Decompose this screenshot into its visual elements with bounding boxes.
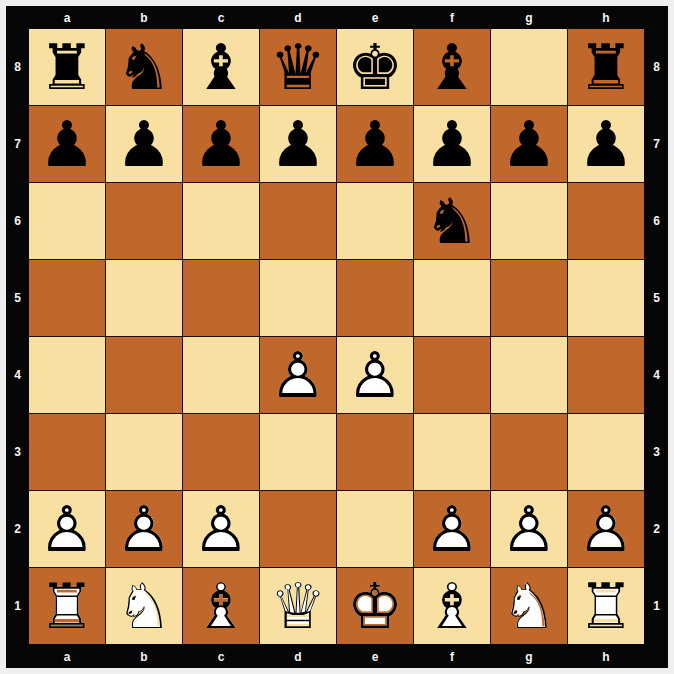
piece-white-pawn: ♟ xyxy=(29,491,105,567)
board-frame: ♜♞♝♛♚♝♜♟♟♟♟♟♟♟♟♞♟♙♟♙♟♙♟♙♟♙♟♙♟♙♟♙♜♖♞♘♝♗♛♕… xyxy=(6,6,668,668)
piece-white-pawn: ♟ xyxy=(337,337,413,413)
square-g3[interactable] xyxy=(491,414,567,490)
square-e7[interactable]: ♟ xyxy=(337,106,413,182)
coord-label-bottom-c: c xyxy=(183,645,259,668)
square-b3[interactable] xyxy=(106,414,182,490)
square-f5[interactable] xyxy=(414,260,490,336)
square-d8[interactable]: ♛ xyxy=(260,29,336,105)
piece-white-bishop: ♝ xyxy=(183,568,259,644)
piece-black-queen: ♛ xyxy=(260,29,336,105)
coord-label-top-a: a xyxy=(29,6,105,29)
piece-white-pawn-outline: ♙ xyxy=(183,491,259,567)
page: ♜♞♝♛♚♝♜♟♟♟♟♟♟♟♟♞♟♙♟♙♟♙♟♙♟♙♟♙♟♙♟♙♜♖♞♘♝♗♛♕… xyxy=(0,0,674,674)
square-g7[interactable]: ♟ xyxy=(491,106,567,182)
piece-white-rook-outline: ♖ xyxy=(568,568,644,644)
square-e1[interactable]: ♚♔ xyxy=(337,568,413,644)
coord-label-left-6: 6 xyxy=(6,183,29,259)
square-b1[interactable]: ♞♘ xyxy=(106,568,182,644)
piece-white-bishop-outline: ♗ xyxy=(183,568,259,644)
square-d2[interactable] xyxy=(260,491,336,567)
square-c1[interactable]: ♝♗ xyxy=(183,568,259,644)
coord-label-left-7: 7 xyxy=(6,106,29,182)
square-d6[interactable] xyxy=(260,183,336,259)
piece-white-pawn: ♟ xyxy=(260,337,336,413)
piece-white-rook-outline: ♖ xyxy=(29,568,105,644)
piece-black-pawn: ♟ xyxy=(414,106,490,182)
square-b6[interactable] xyxy=(106,183,182,259)
square-h5[interactable] xyxy=(568,260,644,336)
coord-label-bottom-b: b xyxy=(106,645,182,668)
square-a2[interactable]: ♟♙ xyxy=(29,491,105,567)
coord-label-right-7: 7 xyxy=(645,106,668,182)
square-e5[interactable] xyxy=(337,260,413,336)
square-b5[interactable] xyxy=(106,260,182,336)
coord-label-right-6: 6 xyxy=(645,183,668,259)
square-e4[interactable]: ♟♙ xyxy=(337,337,413,413)
piece-black-pawn: ♟ xyxy=(106,106,182,182)
chess-board: ♜♞♝♛♚♝♜♟♟♟♟♟♟♟♟♞♟♙♟♙♟♙♟♙♟♙♟♙♟♙♟♙♜♖♞♘♝♗♛♕… xyxy=(29,29,644,644)
piece-white-rook: ♜ xyxy=(568,568,644,644)
square-f3[interactable] xyxy=(414,414,490,490)
coord-label-top-d: d xyxy=(260,6,336,29)
square-e2[interactable] xyxy=(337,491,413,567)
square-g1[interactable]: ♞♘ xyxy=(491,568,567,644)
square-b4[interactable] xyxy=(106,337,182,413)
piece-black-pawn: ♟ xyxy=(29,106,105,182)
square-d4[interactable]: ♟♙ xyxy=(260,337,336,413)
square-h2[interactable]: ♟♙ xyxy=(568,491,644,567)
piece-white-knight-outline: ♘ xyxy=(106,568,182,644)
square-f6[interactable]: ♞ xyxy=(414,183,490,259)
piece-black-pawn: ♟ xyxy=(337,106,413,182)
coord-label-right-3: 3 xyxy=(645,414,668,490)
piece-white-pawn-outline: ♙ xyxy=(568,491,644,567)
square-e6[interactable] xyxy=(337,183,413,259)
coord-label-bottom-a: a xyxy=(29,645,105,668)
coord-label-bottom-g: g xyxy=(491,645,567,668)
coord-label-top-b: b xyxy=(106,6,182,29)
coord-label-top-h: h xyxy=(568,6,644,29)
square-d3[interactable] xyxy=(260,414,336,490)
piece-white-pawn-outline: ♙ xyxy=(491,491,567,567)
square-g4[interactable] xyxy=(491,337,567,413)
piece-white-king: ♚ xyxy=(337,568,413,644)
coord-label-bottom-e: e xyxy=(337,645,413,668)
square-g2[interactable]: ♟♙ xyxy=(491,491,567,567)
piece-black-pawn: ♟ xyxy=(183,106,259,182)
square-f4[interactable] xyxy=(414,337,490,413)
square-b7[interactable]: ♟ xyxy=(106,106,182,182)
coord-label-bottom-h: h xyxy=(568,645,644,668)
piece-black-rook: ♜ xyxy=(568,29,644,105)
piece-white-queen-outline: ♕ xyxy=(260,568,336,644)
square-a6[interactable] xyxy=(29,183,105,259)
piece-white-bishop-outline: ♗ xyxy=(414,568,490,644)
square-f1[interactable]: ♝♗ xyxy=(414,568,490,644)
piece-black-bishop: ♝ xyxy=(183,29,259,105)
square-b8[interactable]: ♞ xyxy=(106,29,182,105)
piece-black-pawn: ♟ xyxy=(568,106,644,182)
square-c6[interactable] xyxy=(183,183,259,259)
coord-label-right-4: 4 xyxy=(645,337,668,413)
piece-white-knight-outline: ♘ xyxy=(491,568,567,644)
piece-white-pawn: ♟ xyxy=(491,491,567,567)
piece-white-pawn: ♟ xyxy=(106,491,182,567)
piece-white-queen: ♛ xyxy=(260,568,336,644)
square-h4[interactable] xyxy=(568,337,644,413)
piece-white-pawn: ♟ xyxy=(414,491,490,567)
square-c7[interactable]: ♟ xyxy=(183,106,259,182)
square-g6[interactable] xyxy=(491,183,567,259)
coord-label-bottom-f: f xyxy=(414,645,490,668)
piece-white-knight: ♞ xyxy=(106,568,182,644)
square-h8[interactable]: ♜ xyxy=(568,29,644,105)
coord-label-left-3: 3 xyxy=(6,414,29,490)
square-f2[interactable]: ♟♙ xyxy=(414,491,490,567)
coord-label-left-5: 5 xyxy=(6,260,29,336)
piece-white-pawn-outline: ♙ xyxy=(337,337,413,413)
square-h1[interactable]: ♜♖ xyxy=(568,568,644,644)
square-f7[interactable]: ♟ xyxy=(414,106,490,182)
coord-label-top-e: e xyxy=(337,6,413,29)
square-h3[interactable] xyxy=(568,414,644,490)
coord-label-right-2: 2 xyxy=(645,491,668,567)
coord-label-right-8: 8 xyxy=(645,29,668,105)
piece-black-rook: ♜ xyxy=(29,29,105,105)
square-d1[interactable]: ♛♕ xyxy=(260,568,336,644)
coord-label-top-c: c xyxy=(183,6,259,29)
piece-white-pawn-outline: ♙ xyxy=(260,337,336,413)
square-d5[interactable] xyxy=(260,260,336,336)
square-e3[interactable] xyxy=(337,414,413,490)
square-d7[interactable]: ♟ xyxy=(260,106,336,182)
square-a8[interactable]: ♜ xyxy=(29,29,105,105)
square-c5[interactable] xyxy=(183,260,259,336)
square-g8[interactable] xyxy=(491,29,567,105)
coord-label-left-1: 1 xyxy=(6,568,29,644)
square-f8[interactable]: ♝ xyxy=(414,29,490,105)
square-b2[interactable]: ♟♙ xyxy=(106,491,182,567)
piece-white-pawn-outline: ♙ xyxy=(106,491,182,567)
piece-white-pawn-outline: ♙ xyxy=(29,491,105,567)
square-a3[interactable] xyxy=(29,414,105,490)
square-a1[interactable]: ♜♖ xyxy=(29,568,105,644)
coord-label-bottom-d: d xyxy=(260,645,336,668)
square-a4[interactable] xyxy=(29,337,105,413)
square-c4[interactable] xyxy=(183,337,259,413)
piece-white-king-outline: ♔ xyxy=(337,568,413,644)
piece-white-bishop: ♝ xyxy=(414,568,490,644)
square-a7[interactable]: ♟ xyxy=(29,106,105,182)
coord-label-right-1: 1 xyxy=(645,568,668,644)
piece-white-pawn: ♟ xyxy=(183,491,259,567)
square-h7[interactable]: ♟ xyxy=(568,106,644,182)
piece-black-knight: ♞ xyxy=(414,183,490,259)
piece-white-rook: ♜ xyxy=(29,568,105,644)
piece-black-pawn: ♟ xyxy=(491,106,567,182)
square-h6[interactable] xyxy=(568,183,644,259)
square-c8[interactable]: ♝ xyxy=(183,29,259,105)
square-g5[interactable] xyxy=(491,260,567,336)
coord-label-right-5: 5 xyxy=(645,260,668,336)
coord-label-left-2: 2 xyxy=(6,491,29,567)
piece-black-pawn: ♟ xyxy=(260,106,336,182)
coord-label-top-g: g xyxy=(491,6,567,29)
square-e8[interactable]: ♚ xyxy=(337,29,413,105)
square-c2[interactable]: ♟♙ xyxy=(183,491,259,567)
coord-label-left-8: 8 xyxy=(6,29,29,105)
square-c3[interactable] xyxy=(183,414,259,490)
piece-black-king: ♚ xyxy=(337,29,413,105)
square-a5[interactable] xyxy=(29,260,105,336)
piece-black-bishop: ♝ xyxy=(414,29,490,105)
piece-white-knight: ♞ xyxy=(491,568,567,644)
piece-white-pawn: ♟ xyxy=(568,491,644,567)
piece-black-knight: ♞ xyxy=(106,29,182,105)
piece-white-pawn-outline: ♙ xyxy=(414,491,490,567)
coord-label-left-4: 4 xyxy=(6,337,29,413)
coord-label-top-f: f xyxy=(414,6,490,29)
